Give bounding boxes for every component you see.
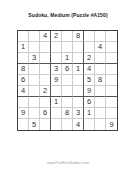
cell-r2c4 bbox=[51, 42, 62, 53]
cell-r8c3: 6 bbox=[40, 108, 51, 119]
cell-r3c6 bbox=[73, 53, 84, 64]
cell-r9c1 bbox=[18, 119, 29, 130]
cell-r2c1: 1 bbox=[18, 42, 29, 53]
cell-r1c8 bbox=[95, 31, 106, 42]
cell-r3c4 bbox=[51, 53, 62, 64]
cell-r9c7 bbox=[84, 119, 95, 130]
cell-r8c7: 1 bbox=[84, 108, 95, 119]
cell-r3c1 bbox=[18, 53, 29, 64]
cell-r5c5 bbox=[62, 75, 73, 86]
cell-r2c7 bbox=[84, 42, 95, 53]
cell-r4c7: 4 bbox=[84, 64, 95, 75]
cell-r7c9 bbox=[106, 97, 117, 108]
cell-r5c9 bbox=[106, 75, 117, 86]
cell-r1c7 bbox=[84, 31, 95, 42]
cell-r5c1: 6 bbox=[18, 75, 29, 86]
cell-r4c6: 1 bbox=[73, 64, 84, 75]
cell-r2c2 bbox=[29, 42, 40, 53]
cell-r8c4 bbox=[51, 108, 62, 119]
page-title: Sudoku, Medium (Puzzle #A150) bbox=[0, 12, 136, 18]
cell-r3c2: 3 bbox=[29, 53, 40, 64]
cell-r4c8 bbox=[95, 64, 106, 75]
cell-r7c5 bbox=[62, 97, 73, 108]
cell-r5c6 bbox=[73, 75, 84, 86]
cell-r9c9: 9 bbox=[106, 119, 117, 130]
cell-r8c8 bbox=[95, 108, 106, 119]
cell-r8c1: 9 bbox=[18, 108, 29, 119]
cell-r3c7: 2 bbox=[84, 53, 95, 64]
cell-r3c8 bbox=[95, 53, 106, 64]
cell-r1c9 bbox=[106, 31, 117, 42]
cell-r4c9 bbox=[106, 64, 117, 75]
cell-r6c9 bbox=[106, 86, 117, 97]
cell-r9c5 bbox=[62, 119, 73, 130]
cell-r1c6: 8 bbox=[73, 31, 84, 42]
cell-r5c7: 5 bbox=[84, 75, 95, 86]
cell-r7c6 bbox=[73, 97, 84, 108]
cell-r7c8 bbox=[95, 97, 106, 108]
cell-r3c5: 1 bbox=[62, 53, 73, 64]
cell-r9c8 bbox=[95, 119, 106, 130]
cell-r8c2 bbox=[29, 108, 40, 119]
cell-r5c3 bbox=[40, 75, 51, 86]
cell-r6c5 bbox=[62, 86, 73, 97]
cell-r5c2 bbox=[29, 75, 40, 86]
sudoku-board: 428143128361469584291696831549 bbox=[17, 30, 118, 131]
cell-r7c4: 1 bbox=[51, 97, 62, 108]
cell-r9c6: 4 bbox=[73, 119, 84, 130]
cell-r4c1: 8 bbox=[18, 64, 29, 75]
cell-r9c2: 5 bbox=[29, 119, 40, 130]
cell-r3c3 bbox=[40, 53, 51, 64]
cell-r4c2 bbox=[29, 64, 40, 75]
cell-r6c1: 4 bbox=[18, 86, 29, 97]
cell-r2c6 bbox=[73, 42, 84, 53]
cell-r6c8 bbox=[95, 86, 106, 97]
cell-r9c3 bbox=[40, 119, 51, 130]
cell-r8c5: 8 bbox=[62, 108, 73, 119]
cell-r7c3 bbox=[40, 97, 51, 108]
cell-r7c2 bbox=[29, 97, 40, 108]
cell-r4c3 bbox=[40, 64, 51, 75]
cell-r6c2 bbox=[29, 86, 40, 97]
cell-r7c1 bbox=[18, 97, 29, 108]
cell-r4c4: 3 bbox=[51, 64, 62, 75]
cell-r5c4: 9 bbox=[51, 75, 62, 86]
footer-url: www.PrintFreeSudoku.com bbox=[0, 161, 136, 165]
cell-r6c4 bbox=[51, 86, 62, 97]
cell-r8c9 bbox=[106, 108, 117, 119]
cell-r7c7: 6 bbox=[84, 97, 95, 108]
cell-r2c3 bbox=[40, 42, 51, 53]
sudoku-page: Sudoku, Medium (Puzzle #A150) 4281431283… bbox=[0, 0, 136, 176]
cell-r5c8: 8 bbox=[95, 75, 106, 86]
cell-r9c4 bbox=[51, 119, 62, 130]
cell-r1c1 bbox=[18, 31, 29, 42]
cell-r1c5 bbox=[62, 31, 73, 42]
cell-r1c3: 4 bbox=[40, 31, 51, 42]
cell-r6c6 bbox=[73, 86, 84, 97]
cell-r4c5: 6 bbox=[62, 64, 73, 75]
cell-r6c3: 2 bbox=[40, 86, 51, 97]
cell-r2c8: 4 bbox=[95, 42, 106, 53]
cell-r1c2 bbox=[29, 31, 40, 42]
cell-r2c5 bbox=[62, 42, 73, 53]
cell-r2c9 bbox=[106, 42, 117, 53]
cell-r3c9 bbox=[106, 53, 117, 64]
cell-r6c7: 9 bbox=[84, 86, 95, 97]
cell-r1c4: 2 bbox=[51, 31, 62, 42]
cell-r8c6: 3 bbox=[73, 108, 84, 119]
